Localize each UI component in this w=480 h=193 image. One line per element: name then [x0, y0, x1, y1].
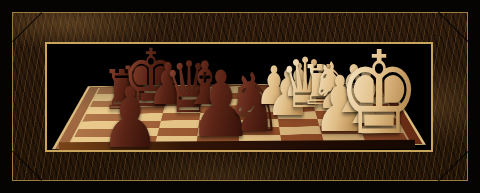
frame-miter-top-right — [438, 12, 468, 42]
dark-pawn: ♟ — [100, 76, 160, 152]
light-king: ♚ — [338, 42, 420, 151]
frame-miter-top-left — [12, 12, 42, 42]
framed-chess-art-print: ♜♜♚♟♛♝♟♟♞♟♟♟♛♜♞♟♝♝♚ — [0, 0, 480, 193]
frame-miter-bottom-right — [438, 151, 468, 181]
frame-miter-bottom-left — [12, 151, 42, 181]
photo-area: ♜♜♚♟♛♝♟♟♞♟♟♟♛♜♞♟♝♝♚ — [45, 42, 433, 152]
